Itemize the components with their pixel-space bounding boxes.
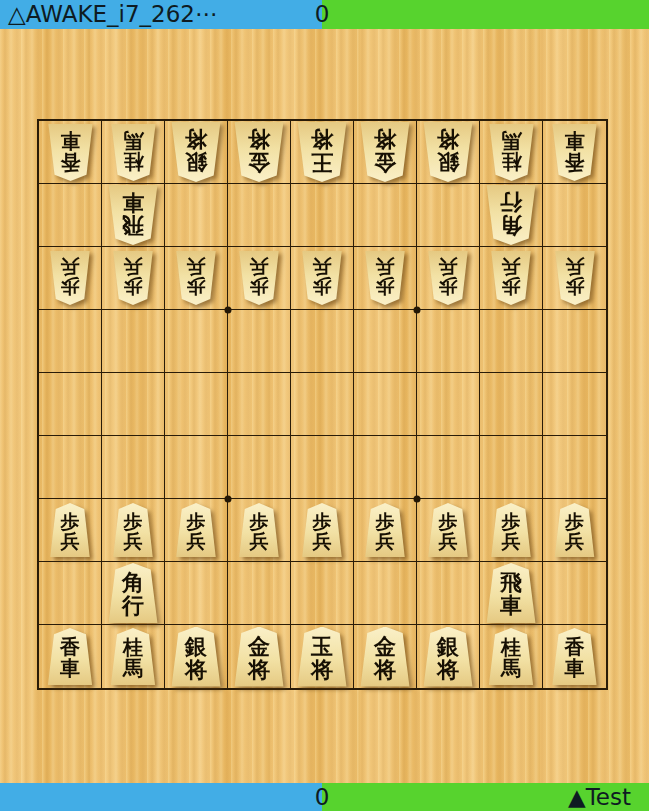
piece-kanji: 歩兵 [364, 251, 406, 305]
shogi-piece-gote[interactable]: 歩兵 [238, 251, 280, 305]
board-cell[interactable] [543, 436, 606, 499]
shogi-piece-gote[interactable]: 歩兵 [301, 251, 343, 305]
piece-kanji: 歩兵 [238, 251, 280, 305]
shogi-board: 香車桂馬銀将金将王将金将銀将桂馬香車飛車角行歩兵歩兵歩兵歩兵歩兵歩兵歩兵歩兵歩兵… [37, 119, 608, 690]
sente-count: 0 [315, 783, 330, 811]
piece-kanji: 桂馬 [110, 628, 157, 685]
board-cell[interactable]: 金将 [228, 121, 291, 184]
piece-kanji: 香車 [47, 628, 94, 685]
board-cell[interactable]: 歩兵 [291, 247, 354, 310]
board-cell[interactable] [291, 310, 354, 373]
board-cell[interactable] [165, 310, 228, 373]
shogi-piece-sente[interactable]: 金将 [359, 627, 411, 687]
board-cell[interactable]: 歩兵 [354, 247, 417, 310]
board-cell[interactable]: 飛車 [102, 184, 165, 247]
shogi-piece-gote[interactable]: 銀将 [422, 122, 474, 182]
board-cell[interactable] [165, 562, 228, 625]
board-cell[interactable] [417, 184, 480, 247]
piece-kanji: 玉将 [296, 627, 348, 687]
shogi-piece-gote[interactable]: 歩兵 [554, 251, 596, 305]
board-cell[interactable] [165, 184, 228, 247]
board-cell[interactable] [354, 562, 417, 625]
board-cell[interactable] [39, 184, 102, 247]
shogi-app-screen: △AWAKE_i7_262⋯ 0 香車桂馬銀将金将王将金将銀将桂馬香車飛車角行歩… [0, 0, 649, 811]
board-cell[interactable]: 歩兵 [291, 499, 354, 562]
piece-kanji: 歩兵 [490, 251, 532, 305]
shogi-piece-gote[interactable]: 歩兵 [49, 251, 91, 305]
piece-kanji: 銀将 [170, 627, 222, 687]
board-cell[interactable]: 飛車 [480, 562, 543, 625]
board-cell[interactable]: 桂馬 [480, 121, 543, 184]
board-cell[interactable]: 金将 [354, 625, 417, 688]
shogi-piece-gote[interactable]: 角行 [485, 185, 537, 245]
shogi-piece-gote[interactable]: 歩兵 [112, 251, 154, 305]
piece-kanji: 角行 [485, 185, 537, 245]
shogi-piece-sente[interactable]: 歩兵 [554, 503, 596, 557]
star-point [414, 306, 421, 313]
piece-kanji: 歩兵 [364, 503, 406, 557]
shogi-piece-gote[interactable]: 飛車 [107, 185, 159, 245]
board-cell[interactable] [543, 562, 606, 625]
board-cell[interactable]: 歩兵 [102, 499, 165, 562]
star-point [224, 496, 231, 503]
board-cell[interactable]: 歩兵 [417, 499, 480, 562]
board-cell[interactable] [291, 562, 354, 625]
shogi-piece-sente[interactable]: 歩兵 [112, 503, 154, 557]
board-cell[interactable]: 歩兵 [480, 499, 543, 562]
board-cell[interactable]: 香車 [543, 121, 606, 184]
board-cell[interactable] [291, 373, 354, 436]
piece-kanji: 歩兵 [112, 503, 154, 557]
board-cell[interactable] [354, 373, 417, 436]
piece-kanji: 飛車 [485, 563, 537, 623]
board-cell[interactable] [417, 310, 480, 373]
board-cell[interactable]: 角行 [102, 562, 165, 625]
board-cell[interactable] [102, 436, 165, 499]
shogi-piece-gote[interactable]: 桂馬 [488, 124, 535, 181]
shogi-piece-gote[interactable]: 歩兵 [364, 251, 406, 305]
bottom-bar-blue-segment [0, 783, 322, 811]
shogi-piece-gote[interactable]: 桂馬 [110, 124, 157, 181]
piece-kanji: 歩兵 [175, 251, 217, 305]
piece-kanji: 歩兵 [49, 251, 91, 305]
piece-kanji: 歩兵 [427, 251, 469, 305]
piece-kanji: 銀将 [422, 627, 474, 687]
bottom-player-bar: 0 ▲Test [0, 783, 649, 811]
piece-kanji: 歩兵 [238, 503, 280, 557]
piece-kanji: 歩兵 [490, 503, 532, 557]
board-cell[interactable] [354, 310, 417, 373]
board-cell[interactable] [228, 184, 291, 247]
star-point [224, 306, 231, 313]
board-cell[interactable]: 角行 [480, 184, 543, 247]
shogi-piece-gote[interactable]: 金将 [233, 122, 285, 182]
shogi-piece-sente[interactable]: 桂馬 [488, 628, 535, 685]
board-cell[interactable]: 銀将 [165, 121, 228, 184]
board-cell[interactable]: 歩兵 [165, 499, 228, 562]
shogi-piece-sente[interactable]: 香車 [551, 628, 598, 685]
board-cell[interactable] [39, 436, 102, 499]
board-cell[interactable]: 歩兵 [39, 247, 102, 310]
board-cell[interactable] [165, 373, 228, 436]
piece-kanji: 香車 [551, 124, 598, 181]
board-cell[interactable] [39, 373, 102, 436]
piece-kanji: 銀将 [170, 122, 222, 182]
board-cell[interactable] [39, 310, 102, 373]
gote-player-name: △AWAKE_i7_262⋯ [8, 0, 218, 29]
piece-kanji: 金将 [359, 122, 411, 182]
piece-kanji: 桂馬 [488, 628, 535, 685]
board-cell[interactable]: 歩兵 [480, 247, 543, 310]
board-cell[interactable] [354, 184, 417, 247]
piece-kanji: 歩兵 [49, 503, 91, 557]
board-cell[interactable]: 歩兵 [228, 247, 291, 310]
piece-kanji: 飛車 [107, 185, 159, 245]
board-cell[interactable]: 金将 [354, 121, 417, 184]
board-cell[interactable]: 銀将 [417, 625, 480, 688]
board-cell[interactable] [102, 373, 165, 436]
board-cell[interactable] [228, 310, 291, 373]
board-cell[interactable]: 金将 [228, 625, 291, 688]
shogi-piece-sente[interactable]: 飛車 [485, 563, 537, 623]
piece-kanji: 桂馬 [110, 124, 157, 181]
shogi-piece-sente[interactable]: 歩兵 [301, 503, 343, 557]
board-cell[interactable]: 銀将 [165, 625, 228, 688]
shogi-piece-sente[interactable]: 歩兵 [238, 503, 280, 557]
piece-kanji: 歩兵 [427, 503, 469, 557]
board-cell[interactable]: 歩兵 [39, 499, 102, 562]
piece-kanji: 桂馬 [488, 124, 535, 181]
board-cell[interactable] [543, 184, 606, 247]
top-bar-green-segment [322, 0, 649, 29]
shogi-piece-gote[interactable]: 王将 [296, 122, 348, 182]
shogi-piece-gote[interactable]: 香車 [551, 124, 598, 181]
piece-kanji: 歩兵 [301, 503, 343, 557]
board-cell[interactable] [228, 562, 291, 625]
piece-kanji: 銀将 [422, 122, 474, 182]
board-cell[interactable]: 桂馬 [102, 625, 165, 688]
board-cell[interactable]: 王将 [291, 121, 354, 184]
shogi-piece-sente[interactable]: 金将 [233, 627, 285, 687]
shogi-piece-sente[interactable]: 歩兵 [49, 503, 91, 557]
board-cell[interactable]: 歩兵 [417, 247, 480, 310]
board-cell[interactable]: 歩兵 [543, 499, 606, 562]
shogi-piece-gote[interactable]: 香車 [47, 124, 94, 181]
piece-kanji: 角行 [107, 563, 159, 623]
shogi-piece-sente[interactable]: 歩兵 [364, 503, 406, 557]
board-cell[interactable] [228, 436, 291, 499]
board-cell[interactable]: 桂馬 [102, 121, 165, 184]
board-cell[interactable] [417, 436, 480, 499]
shogi-piece-sente[interactable]: 角行 [107, 563, 159, 623]
top-player-bar: △AWAKE_i7_262⋯ 0 [0, 0, 649, 29]
board-cell[interactable] [480, 436, 543, 499]
board-cell[interactable] [417, 373, 480, 436]
shogi-piece-gote[interactable]: 歩兵 [490, 251, 532, 305]
board-cell[interactable] [417, 562, 480, 625]
star-point [414, 496, 421, 503]
piece-kanji: 金将 [233, 627, 285, 687]
gote-count: 0 [315, 0, 330, 29]
piece-kanji: 歩兵 [554, 503, 596, 557]
sente-player-name: ▲Test [568, 783, 631, 811]
board-cell[interactable]: 歩兵 [354, 499, 417, 562]
board-cell[interactable] [228, 373, 291, 436]
shogi-piece-sente[interactable]: 玉将 [296, 627, 348, 687]
shogi-piece-sente[interactable]: 銀将 [422, 627, 474, 687]
board-cell[interactable]: 桂馬 [480, 625, 543, 688]
piece-kanji: 歩兵 [301, 251, 343, 305]
shogi-piece-gote[interactable]: 歩兵 [175, 251, 217, 305]
board-cell[interactable] [480, 373, 543, 436]
piece-kanji: 金将 [359, 627, 411, 687]
shogi-piece-sente[interactable]: 銀将 [170, 627, 222, 687]
board-cell[interactable]: 歩兵 [165, 247, 228, 310]
board-cell[interactable] [102, 310, 165, 373]
piece-kanji: 金将 [233, 122, 285, 182]
shogi-piece-sente[interactable]: 香車 [47, 628, 94, 685]
board-cell[interactable] [291, 184, 354, 247]
board-cell[interactable]: 歩兵 [228, 499, 291, 562]
shogi-piece-sente[interactable]: 歩兵 [427, 503, 469, 557]
piece-kanji: 歩兵 [554, 251, 596, 305]
board-cell[interactable]: 歩兵 [102, 247, 165, 310]
board-cell[interactable] [543, 373, 606, 436]
shogi-piece-sente[interactable]: 歩兵 [175, 503, 217, 557]
shogi-piece-sente[interactable]: 歩兵 [490, 503, 532, 557]
board-cell[interactable]: 歩兵 [543, 247, 606, 310]
shogi-piece-sente[interactable]: 桂馬 [110, 628, 157, 685]
board-cell[interactable] [165, 436, 228, 499]
board-cell[interactable]: 香車 [39, 121, 102, 184]
board-cell[interactable]: 銀将 [417, 121, 480, 184]
shogi-piece-gote[interactable]: 歩兵 [427, 251, 469, 305]
board-cell[interactable] [354, 436, 417, 499]
board-cell[interactable]: 玉将 [291, 625, 354, 688]
board-cell[interactable] [39, 562, 102, 625]
piece-kanji: 香車 [551, 628, 598, 685]
piece-kanji: 歩兵 [112, 251, 154, 305]
piece-kanji: 歩兵 [175, 503, 217, 557]
board-cell[interactable] [291, 436, 354, 499]
board-cell[interactable]: 香車 [543, 625, 606, 688]
shogi-piece-gote[interactable]: 銀将 [170, 122, 222, 182]
board-cell[interactable] [543, 310, 606, 373]
board-cell[interactable]: 香車 [39, 625, 102, 688]
board-cell[interactable] [480, 310, 543, 373]
piece-kanji: 香車 [47, 124, 94, 181]
piece-kanji: 王将 [296, 122, 348, 182]
shogi-piece-gote[interactable]: 金将 [359, 122, 411, 182]
